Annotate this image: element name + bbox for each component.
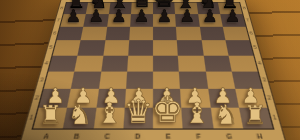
piece-white-bishop-f1[interactable]: ♝ [184, 99, 210, 128]
piece-black-pawn-e7[interactable]: ♟ [157, 8, 172, 25]
square-g5[interactable] [201, 41, 228, 56]
square-a5[interactable] [53, 41, 81, 56]
square-f4[interactable] [178, 55, 205, 71]
square-a6[interactable] [57, 27, 84, 41]
square-f5[interactable] [177, 41, 203, 56]
square-g6[interactable] [199, 27, 225, 41]
file-label: F [183, 134, 214, 140]
square-e6[interactable] [153, 27, 177, 41]
piece-black-pawn-h7[interactable]: ♟ [225, 8, 240, 25]
file-label: C [92, 134, 123, 140]
piece-black-pawn-a7[interactable]: ♟ [66, 8, 81, 25]
square-c6[interactable] [105, 27, 130, 41]
square-e4[interactable] [153, 55, 179, 71]
piece-black-pawn-g7[interactable]: ♟ [202, 8, 217, 25]
square-b6[interactable] [81, 27, 107, 41]
square-c4[interactable] [101, 55, 128, 71]
piece-black-pawn-c7[interactable]: ♟ [111, 8, 126, 25]
piece-black-pawn-f7[interactable]: ♟ [179, 8, 194, 25]
square-f6[interactable] [176, 27, 201, 41]
piece-white-bishop-c1[interactable]: ♝ [96, 99, 122, 128]
piece-black-pawn-b7[interactable]: ♟ [88, 8, 103, 25]
file-label: D [122, 134, 153, 140]
square-d4[interactable] [127, 55, 153, 71]
square-b4[interactable] [75, 55, 103, 71]
file-labels: ABCDEFGH [29, 131, 276, 140]
piece-white-rook-h1[interactable]: ♜ [244, 101, 267, 127]
piece-white-knight-b1[interactable]: ♞ [68, 100, 93, 128]
file-label: H [244, 134, 276, 140]
square-g4[interactable] [203, 55, 231, 71]
square-a4[interactable] [48, 55, 77, 71]
square-c5[interactable] [103, 41, 129, 56]
file-label: B [61, 134, 93, 140]
chess-photo: 87654321 87654321 ABCDEFGH ♜♞♝♛♚♝♞♜♟♟♟♟♟… [0, 0, 300, 140]
piece-white-queen-d1[interactable]: ♛ [124, 95, 154, 128]
square-d6[interactable] [129, 27, 153, 41]
piece-black-pawn-d7[interactable]: ♟ [134, 8, 149, 25]
piece-white-rook-a1[interactable]: ♜ [39, 101, 62, 127]
file-label: G [214, 134, 246, 140]
square-e5[interactable] [153, 41, 178, 56]
square-b5[interactable] [78, 41, 105, 56]
file-label: A [30, 134, 62, 140]
piece-white-knight-g1[interactable]: ♞ [214, 100, 239, 128]
piece-white-king-e1[interactable]: ♚ [152, 92, 184, 128]
file-label: E [153, 134, 184, 140]
square-d5[interactable] [128, 41, 153, 56]
